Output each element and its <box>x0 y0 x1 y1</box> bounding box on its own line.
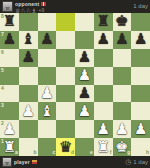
square-f4[interactable] <box>94 85 113 103</box>
square-e2[interactable] <box>75 120 94 138</box>
rank-label-6: 6 <box>1 50 4 55</box>
square-f5[interactable] <box>94 67 113 85</box>
piece-black-pawn[interactable]: ♟ <box>75 49 94 67</box>
piece-white-pawn[interactable]: ♟ <box>19 102 38 120</box>
square-e5[interactable]: ♟ <box>75 67 94 85</box>
piece-white-pawn[interactable]: ♟ <box>113 120 132 138</box>
piece-black-pawn[interactable]: ♟ <box>131 31 150 49</box>
square-d6[interactable] <box>56 49 75 67</box>
piece-black-rook[interactable]: ♜ <box>0 13 19 31</box>
square-c8[interactable] <box>38 13 57 31</box>
square-e1[interactable]: e <box>75 138 94 156</box>
piece-black-pawn[interactable]: ♟ <box>113 31 132 49</box>
square-a7[interactable]: 7♟ <box>0 31 19 49</box>
file-label-b: b <box>33 150 36 155</box>
piece-black-pawn[interactable]: ♟ <box>38 31 57 49</box>
top-player-flag-icon <box>41 2 46 6</box>
square-a8[interactable]: 8♜ <box>0 13 19 31</box>
square-b7[interactable]: ♝ <box>19 31 38 49</box>
square-a3[interactable]: 3 <box>0 102 19 120</box>
piece-white-king[interactable]: ♚ <box>113 138 132 156</box>
square-a5[interactable]: 5 <box>0 67 19 85</box>
piece-white-pawn[interactable]: ♟ <box>75 67 94 85</box>
piece-white-pawn[interactable]: ♟ <box>0 120 19 138</box>
square-g4[interactable] <box>113 85 132 103</box>
file-label-e: e <box>90 150 93 155</box>
piece-black-pawn[interactable]: ♟ <box>94 31 113 49</box>
piece-black-pawn[interactable]: ♟ <box>75 85 94 103</box>
square-b1[interactable]: b <box>19 138 38 156</box>
top-player-bar: opponent ♕♘♘♗+9 1 day <box>0 0 150 13</box>
square-h7[interactable]: ♟ <box>131 31 150 49</box>
square-h5[interactable] <box>131 67 150 85</box>
piece-black-pawn[interactable]: ♟ <box>0 31 19 49</box>
top-player-info: opponent ♕♘♘♗+9 <box>15 1 46 13</box>
square-g1[interactable]: g♚ <box>113 138 132 156</box>
bottom-player-info: player <box>14 159 37 165</box>
piece-black-bishop[interactable]: ♝ <box>19 31 38 49</box>
square-b3[interactable]: ♟ <box>19 102 38 120</box>
piece-white-rook[interactable]: ♜ <box>94 138 113 156</box>
square-a4[interactable]: 4 <box>0 85 19 103</box>
square-a2[interactable]: 2♟ <box>0 120 19 138</box>
piece-white-pawn[interactable]: ♟ <box>38 85 57 103</box>
square-c6[interactable] <box>38 49 57 67</box>
square-d3[interactable] <box>56 102 75 120</box>
square-e8[interactable] <box>75 13 94 31</box>
square-b4[interactable] <box>19 85 38 103</box>
square-a1[interactable]: 1a♜ <box>0 138 19 156</box>
square-g3[interactable] <box>113 102 132 120</box>
piece-white-pawn[interactable]: ♟ <box>131 120 150 138</box>
bottom-player-bar: player ◷ 1 day <box>0 156 150 168</box>
file-label-c: c <box>52 150 55 155</box>
piece-white-bishop[interactable]: ♝ <box>38 102 57 120</box>
square-h6[interactable] <box>131 49 150 67</box>
square-d8[interactable] <box>56 13 75 31</box>
square-g8[interactable]: ♚ <box>113 13 132 31</box>
piece-black-rook[interactable]: ♜ <box>94 13 113 31</box>
square-d7[interactable] <box>56 31 75 49</box>
bottom-player-avatar[interactable] <box>2 157 12 167</box>
square-e7[interactable] <box>75 31 94 49</box>
square-f8[interactable]: ♜ <box>94 13 113 31</box>
piece-black-king[interactable]: ♚ <box>113 13 132 31</box>
top-player-avatar[interactable] <box>2 1 13 12</box>
square-e4[interactable]: ♟ <box>75 85 94 103</box>
square-e3[interactable]: ♟ <box>75 102 94 120</box>
piece-white-pawn[interactable]: ♟ <box>94 120 113 138</box>
square-f1[interactable]: f♜ <box>94 138 113 156</box>
square-d2[interactable] <box>56 120 75 138</box>
bottom-player-flag-icon <box>32 160 37 164</box>
piece-black-pawn[interactable]: ♟ <box>19 49 38 67</box>
square-h2[interactable]: ♟ <box>131 120 150 138</box>
rank-label-4: 4 <box>1 86 4 91</box>
bottom-player-clock-text: 1 day <box>133 159 148 165</box>
square-h3[interactable] <box>131 102 150 120</box>
square-c7[interactable]: ♟ <box>38 31 57 49</box>
square-h4[interactable] <box>131 85 150 103</box>
chess-board[interactable]: 8♜♜♚7♟♝♟♟♟♟6♟♟5♟4♟♟3♟♝♟2♟♟♟♟1a♜bcd♛ef♜g♚… <box>0 13 150 156</box>
piece-white-pawn[interactable]: ♟ <box>75 102 94 120</box>
piece-black-queen[interactable]: ♛ <box>56 138 75 156</box>
square-f2[interactable]: ♟ <box>94 120 113 138</box>
square-c1[interactable]: c <box>38 138 57 156</box>
bottom-player-clock: ◷ 1 day <box>125 159 148 166</box>
square-d5[interactable] <box>56 67 75 85</box>
square-b2[interactable] <box>19 120 38 138</box>
square-g2[interactable]: ♟ <box>113 120 132 138</box>
square-c3[interactable]: ♝ <box>38 102 57 120</box>
square-e6[interactable]: ♟ <box>75 49 94 67</box>
square-g6[interactable] <box>113 49 132 67</box>
bottom-player-username[interactable]: player <box>14 159 30 165</box>
square-b8[interactable] <box>19 13 38 31</box>
square-h8[interactable] <box>131 13 150 31</box>
top-player-clock-text: 1 day <box>133 3 148 9</box>
square-c2[interactable] <box>38 120 57 138</box>
square-a6[interactable]: 6 <box>0 49 19 67</box>
top-player-clock: 1 day <box>133 3 148 9</box>
square-f6[interactable] <box>94 49 113 67</box>
square-c4[interactable]: ♟ <box>38 85 57 103</box>
rank-label-3: 3 <box>1 103 4 108</box>
square-c5[interactable] <box>38 67 57 85</box>
piece-white-rook[interactable]: ♜ <box>0 138 19 156</box>
square-h1[interactable]: h <box>131 138 150 156</box>
clock-icon: ◷ <box>125 159 131 166</box>
square-b5[interactable] <box>19 67 38 85</box>
file-label-h: h <box>146 150 149 155</box>
square-d1[interactable]: d♛ <box>56 138 75 156</box>
square-g7[interactable]: ♟ <box>113 31 132 49</box>
square-f7[interactable]: ♟ <box>94 31 113 49</box>
chess-app-window: opponent ♕♘♘♗+9 1 day 8♜♜♚7♟♝♟♟♟♟6♟♟5♟4♟… <box>0 0 150 168</box>
rank-label-5: 5 <box>1 68 4 73</box>
square-b6[interactable]: ♟ <box>19 49 38 67</box>
square-d4[interactable] <box>56 85 75 103</box>
square-g5[interactable] <box>113 67 132 85</box>
square-f3[interactable] <box>94 102 113 120</box>
